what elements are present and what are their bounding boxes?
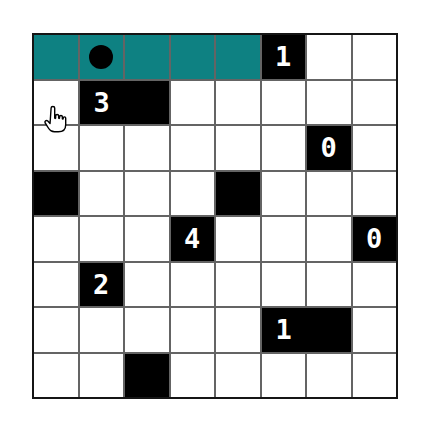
cell-r1c5[interactable] xyxy=(216,35,260,79)
cell-r5c2[interactable] xyxy=(80,217,124,261)
wall-number-r7c6: 1 xyxy=(262,316,307,343)
cell-r7c8[interactable] xyxy=(353,308,397,352)
cell-r6c5[interactable] xyxy=(216,263,260,307)
cell-r8c1[interactable] xyxy=(34,354,78,398)
cell-r5c6[interactable] xyxy=(262,217,306,261)
cell-r5c1[interactable] xyxy=(34,217,78,261)
cell-r2c5[interactable] xyxy=(216,81,260,125)
cell-r5c7[interactable] xyxy=(307,217,351,261)
cell-r1c4[interactable] xyxy=(171,35,215,79)
cell-r1c7[interactable] xyxy=(307,35,351,79)
cell-r7c1[interactable] xyxy=(34,308,78,352)
cell-r1c1[interactable] xyxy=(34,35,78,79)
wall-number-r3c7: 0 xyxy=(307,134,351,161)
wall-cell-r4c5 xyxy=(216,172,260,216)
wall-cell-r8c3 xyxy=(125,354,169,398)
cell-r8c2[interactable] xyxy=(80,354,124,398)
cell-r7c4[interactable] xyxy=(171,308,215,352)
cell-r6c1[interactable] xyxy=(34,263,78,307)
cell-r1c3[interactable] xyxy=(125,35,169,79)
bulb-icon[interactable] xyxy=(89,45,113,69)
cell-r3c3[interactable] xyxy=(125,126,169,170)
cell-r6c7[interactable] xyxy=(307,263,351,307)
wall-number-r6c2: 2 xyxy=(80,271,124,298)
cell-r5c3[interactable] xyxy=(125,217,169,261)
wall-cell-r4c1 xyxy=(34,172,78,216)
cell-r7c2[interactable] xyxy=(80,308,124,352)
wall-cell-r6c2: 2 xyxy=(80,263,124,307)
cell-r3c2[interactable] xyxy=(80,126,124,170)
cell-r5c5[interactable] xyxy=(216,217,260,261)
cell-r7c5[interactable] xyxy=(216,308,260,352)
cell-r4c7[interactable] xyxy=(307,172,351,216)
cell-r3c4[interactable] xyxy=(171,126,215,170)
cell-r3c6[interactable] xyxy=(262,126,306,170)
cell-r4c2[interactable] xyxy=(80,172,124,216)
cell-r2c1[interactable] xyxy=(34,81,78,125)
cell-r3c1[interactable] xyxy=(34,126,78,170)
cell-r8c7[interactable] xyxy=(307,354,351,398)
cell-r3c5[interactable] xyxy=(216,126,260,170)
wall-number-r5c8: 0 xyxy=(353,225,397,252)
cell-r2c7[interactable] xyxy=(307,81,351,125)
wall-block-r2c2-c3: 3 xyxy=(80,81,169,125)
cell-r3c8[interactable] xyxy=(353,126,397,170)
cell-r2c4[interactable] xyxy=(171,81,215,125)
cell-r2c6[interactable] xyxy=(262,81,306,125)
wall-number-r5c4: 4 xyxy=(171,225,215,252)
cell-r6c3[interactable] xyxy=(125,263,169,307)
cell-r8c4[interactable] xyxy=(171,354,215,398)
wall-number-r2c2: 3 xyxy=(80,89,125,116)
wall-cell-r5c8: 0 xyxy=(353,217,397,261)
wall-block-r7c6-c7: 1 xyxy=(262,308,351,352)
cell-r4c6[interactable] xyxy=(262,172,306,216)
wall-cell-r5c4: 4 xyxy=(171,217,215,261)
wall-cell-r1c6: 1 xyxy=(262,35,306,79)
cell-r1c8[interactable] xyxy=(353,35,397,79)
puzzle-screen: 1304021 xyxy=(0,0,435,435)
cell-r8c8[interactable] xyxy=(353,354,397,398)
cell-r8c6[interactable] xyxy=(262,354,306,398)
cell-r7c3[interactable] xyxy=(125,308,169,352)
wall-cell-r3c7: 0 xyxy=(307,126,351,170)
cell-r6c8[interactable] xyxy=(353,263,397,307)
cell-r1c2[interactable] xyxy=(80,35,124,79)
cell-r4c8[interactable] xyxy=(353,172,397,216)
puzzle-board: 1304021 xyxy=(32,33,398,399)
cell-r6c4[interactable] xyxy=(171,263,215,307)
cell-r4c3[interactable] xyxy=(125,172,169,216)
wall-number-r1c6: 1 xyxy=(262,43,306,70)
cell-r2c8[interactable] xyxy=(353,81,397,125)
cell-r4c4[interactable] xyxy=(171,172,215,216)
cell-r6c6[interactable] xyxy=(262,263,306,307)
cell-r8c5[interactable] xyxy=(216,354,260,398)
